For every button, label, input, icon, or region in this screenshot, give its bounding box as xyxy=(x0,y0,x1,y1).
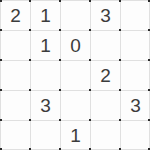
cell-r2c3[interactable]: 0 xyxy=(60,30,90,60)
cell-r4c1[interactable] xyxy=(0,90,30,120)
cell-r5c2[interactable] xyxy=(30,120,60,150)
cell-r4c5[interactable]: 3 xyxy=(120,90,150,120)
cell-r3c4[interactable]: 2 xyxy=(90,60,120,90)
cell-r3c2[interactable] xyxy=(30,60,60,90)
cell-r3c3[interactable] xyxy=(60,60,90,90)
cell-r3c1[interactable] xyxy=(0,60,30,90)
cell-r1c4[interactable]: 3 xyxy=(90,0,120,30)
cell-r4c3[interactable] xyxy=(60,90,90,120)
cell-r5c3[interactable]: 1 xyxy=(60,120,90,150)
slitherlink-board: 2 1 3 1 0 2 3 3 1 xyxy=(0,0,150,150)
cell-r5c1[interactable] xyxy=(0,120,30,150)
cell-grid: 2 1 3 1 0 2 3 3 1 xyxy=(0,0,150,150)
cell-r2c2[interactable]: 1 xyxy=(30,30,60,60)
cell-r2c4[interactable] xyxy=(90,30,120,60)
cell-r1c1[interactable]: 2 xyxy=(0,0,30,30)
cell-r3c5[interactable] xyxy=(120,60,150,90)
cell-r1c2[interactable]: 1 xyxy=(30,0,60,30)
cell-r4c2[interactable]: 3 xyxy=(30,90,60,120)
cell-r1c5[interactable] xyxy=(120,0,150,30)
cell-r1c3[interactable] xyxy=(60,0,90,30)
cell-r2c1[interactable] xyxy=(0,30,30,60)
cell-r4c4[interactable] xyxy=(90,90,120,120)
cell-r5c4[interactable] xyxy=(90,120,120,150)
cell-r2c5[interactable] xyxy=(120,30,150,60)
cell-r5c5[interactable] xyxy=(120,120,150,150)
